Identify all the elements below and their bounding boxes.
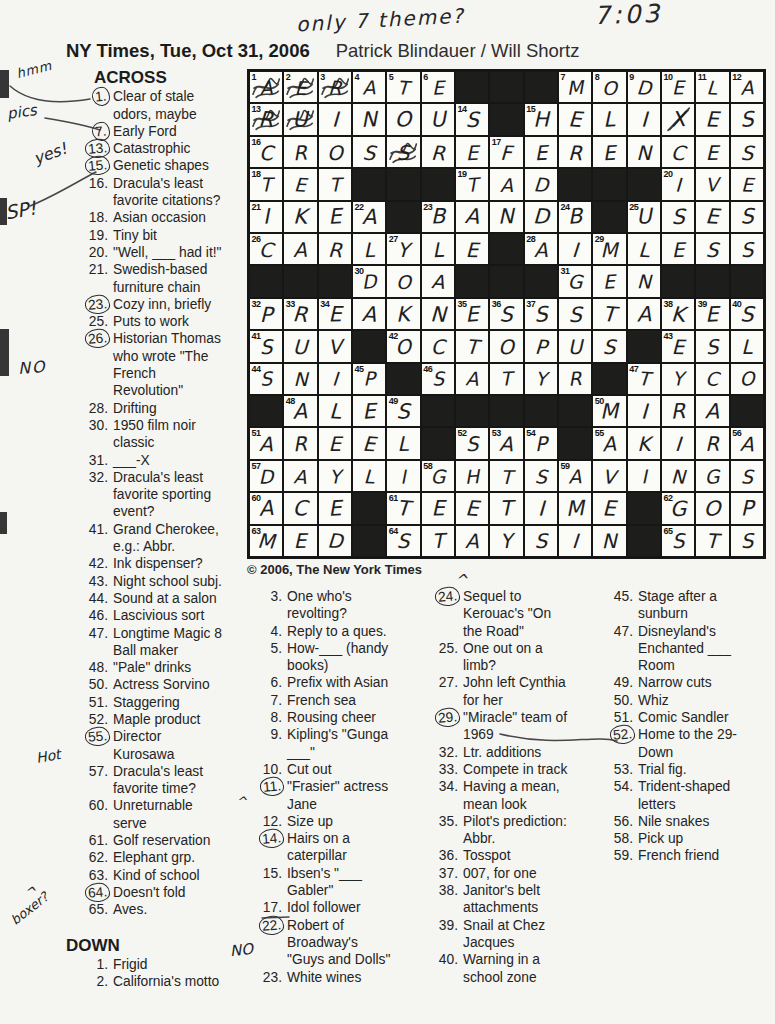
clue-number: 12. [240, 813, 282, 830]
header: NY Times, Tue, Oct 31, 2006Patrick Blind… [66, 40, 579, 62]
cell-r6c7: E [456, 234, 488, 264]
cell-r2c7: 14S [456, 104, 488, 134]
handwritten-letter: N [293, 370, 307, 389]
black-cell-r12c6 [422, 428, 454, 458]
cell-r15c7: A [456, 526, 488, 556]
handwritten-letter: P [363, 370, 375, 389]
handwritten-letter: S [671, 531, 684, 551]
clue-text: Prefix with Asian [287, 674, 410, 691]
handwritten-letter: I [400, 467, 407, 486]
clue-across-23: 23.Cozy inn, briefly [62, 296, 238, 313]
handwritten-letter: R [568, 369, 582, 389]
handwritten-letter: L [398, 434, 410, 454]
cell-r8c11: T [593, 299, 625, 329]
clue-text: "Pale" drinks [113, 659, 238, 676]
handwritten-letter: A [740, 78, 754, 97]
clue-text: Night school subj. [113, 573, 238, 590]
cell-r13c15: S [731, 461, 763, 491]
handwritten-letter: L [329, 401, 341, 422]
cell-number: 7 [560, 72, 565, 82]
clue-number-circled: 55. [62, 728, 108, 763]
clue-across-26: 26.Historian Thomas who wrote "The Frenc… [62, 330, 238, 399]
handwritten-letter: I [263, 207, 270, 228]
handwritten-letter: S [500, 304, 514, 325]
clue-across-25: 25.Puts to work [62, 313, 238, 330]
clue-down-25: 25.One out on a limb? [416, 640, 588, 675]
clue-number: 50. [62, 676, 108, 693]
cell-r11c12: I [628, 396, 660, 426]
cell-r11c11: 50M [593, 396, 625, 426]
handwritten-letter: I [331, 110, 338, 131]
handwritten-letter: S [431, 370, 444, 389]
clue-down-52: 52.Home to the 29- Down [591, 726, 755, 761]
handwritten-solve-time: 7:03 [594, 0, 663, 30]
handwritten-letter: A [465, 531, 479, 551]
black-cell-r11c7 [456, 396, 488, 426]
clue-down-32: 32.Ltr. additions [416, 744, 588, 761]
clue-text: Trial fig. [638, 761, 755, 778]
clue-number-circled: 26. [62, 330, 108, 399]
black-cell-r11c15 [731, 396, 763, 426]
handwritten-letter: K [396, 304, 411, 325]
handwritten-letter: A [705, 401, 720, 422]
handwritten-letter: S [603, 337, 616, 357]
clue-down-6: 6.Prefix with Asian [240, 674, 410, 691]
handwritten-letter: D [636, 78, 652, 98]
clue-number: 3. [240, 588, 282, 623]
clue-number: 23. [240, 969, 282, 986]
clue-down-50: 50.Whiz [591, 692, 755, 709]
handwritten-letter: A [259, 78, 273, 98]
clue-number: 21. [62, 261, 108, 296]
handwritten-letter: S [741, 467, 753, 486]
handwritten-letter: A [464, 207, 479, 229]
clue-text: Ibsen's "___ Gabler" [287, 865, 410, 900]
cell-r7c5: O [387, 266, 419, 296]
cell-r1c3: 3R [319, 72, 351, 102]
cell-number: 5 [389, 72, 394, 82]
clue-text: ___-X [113, 452, 238, 469]
clue-number-circled: 1. [62, 88, 108, 123]
clue-number: 52. [62, 711, 108, 728]
clue-text: Ltr. additions [463, 744, 588, 761]
clue-text: Robert of Broadway's "Guys and Dolls" [287, 917, 410, 969]
clue-down-24: 24.Sequel to Kerouac's "On the Road" [416, 588, 588, 640]
clue-text: Sequel to Kerouac's "On the Road" [463, 588, 588, 640]
clue-across-16: 16.Dracula's least favorite citations? [62, 175, 238, 210]
clue-text: Actress Sorvino [113, 676, 238, 693]
handwritten-letter: R [293, 142, 308, 163]
clue-down-49: 49.Narrow cuts [591, 674, 755, 691]
cell-r4c13: 20I [662, 169, 694, 199]
clue-text: Asian occasion [113, 209, 238, 226]
clue-across-42: 42.Ink dispenser? [62, 555, 238, 572]
clue-text: Grand Cherokee, e.g.: Abbr. [113, 521, 238, 556]
handwritten-letter: S [259, 369, 272, 389]
clue-text: Frigid [113, 956, 238, 973]
clue-down-59: 59.French friend [591, 847, 755, 864]
handwritten-letter: G [705, 467, 721, 487]
cell-r13c9: S [525, 461, 557, 491]
handwritten-letter: N [602, 531, 617, 551]
clue-text: 007, for one [463, 865, 588, 882]
black-cell-r7c14 [696, 266, 728, 296]
cell-r9c2: U [284, 331, 316, 361]
cell-r11c5: 49S [387, 396, 419, 426]
clue-number: 50. [591, 692, 633, 709]
clue-across-19: 19.Tiny bit [62, 227, 238, 244]
cell-r4c7: 19T [456, 169, 488, 199]
cell-r13c7: H [456, 461, 488, 491]
handwritten-letter: I [675, 434, 682, 454]
clue-text: Historian Thomas who wrote "The French R… [113, 330, 238, 399]
cell-r10c13: Y [662, 364, 694, 394]
handwritten-letter: T [329, 175, 341, 194]
handwritten-letter: A [499, 434, 513, 454]
handwritten-letter: C [293, 498, 308, 519]
cell-r9c7: T [456, 331, 488, 361]
cell-r6c12: L [628, 234, 660, 264]
handwritten-letter: S [534, 531, 547, 551]
handwritten-letter: S [259, 337, 272, 357]
handwritten-letter: A [500, 175, 513, 194]
clue-text: Rousing cheer [287, 709, 410, 726]
handwritten-letter: D [361, 272, 377, 292]
handwritten-letter: T [260, 175, 272, 194]
handwritten-letter: U [635, 206, 652, 228]
clue-number: 38. [416, 882, 458, 917]
cell-r14c15: P [731, 493, 763, 523]
cell-r7c12: N [628, 266, 660, 296]
clue-number-circled: 29. [416, 709, 458, 744]
cell-r15c14: T [696, 526, 728, 556]
cell-r13c12: I [628, 461, 660, 491]
clue-across-1: 1.Clear of stale odors, maybe [62, 88, 238, 123]
cell-r12c3: E [319, 428, 351, 458]
clue-text: Dracula's least favorite time? [113, 763, 238, 798]
clue-number: 36. [416, 847, 458, 864]
handwritten-letter: O [498, 337, 514, 357]
handwritten-letter: M [601, 240, 619, 260]
handwritten-letter: S [397, 531, 410, 551]
handwritten-letter: I [641, 467, 647, 486]
handwritten-letter: R [705, 434, 719, 454]
clue-number: 56. [591, 813, 633, 830]
handwritten-letter: O [327, 143, 343, 163]
cell-r12c12: K [628, 428, 660, 458]
down-clues-column-3: 24.Sequel to Kerouac's "On the Road"25.O… [416, 588, 588, 986]
handwritten-letter: P [260, 304, 273, 325]
cell-r5c6: 23B [422, 202, 454, 232]
cell-r5c9: D [525, 202, 557, 232]
cell-r1c14: 11L [696, 72, 728, 102]
clue-text: Golf reservation [113, 832, 238, 849]
clue-text: Nile snakes [638, 813, 755, 830]
black-cell-r11c1 [250, 396, 282, 426]
clue-number: 49. [591, 674, 633, 691]
handwritten-caret: ^ [455, 571, 468, 589]
clue-down-7: 7.French sea [240, 692, 410, 709]
handwritten-letter: I [572, 240, 579, 260]
clue-text: One out on a limb? [463, 640, 588, 675]
cell-r1c13: 10E [662, 72, 694, 102]
cell-r6c14: S [696, 234, 728, 264]
clue-number: 59. [591, 847, 633, 864]
cell-r9c5: 42O [387, 331, 419, 361]
handwritten-letter: O [602, 78, 617, 97]
black-cell-r11c8 [490, 396, 522, 426]
handwritten-letter: K [293, 207, 307, 228]
cell-r7c11: E [593, 266, 625, 296]
cell-r2c5: O [387, 104, 419, 134]
clue-down-12: 12.Size up [240, 813, 410, 830]
clue-number: 60. [62, 797, 108, 832]
clue-number: 47. [591, 623, 633, 675]
cell-r2c4: N [353, 104, 385, 134]
cell-r10c10: R [559, 364, 591, 394]
cell-r14c2: C [284, 493, 316, 523]
cell-r15c13: 65S [662, 526, 694, 556]
cell-r14c1: 60A [250, 493, 282, 523]
black-cell-r10c5 [387, 364, 419, 394]
handwritten-letter: U [292, 109, 308, 131]
clue-down-9: 9.Kipling's "Gunga ___" [240, 726, 410, 761]
clue-text: Hairs on a caterpillar [287, 830, 410, 865]
handwritten-letter: S [568, 304, 581, 325]
cell-r9c9: P [525, 331, 557, 361]
clue-number: 31. [62, 452, 108, 469]
black-cell-r11c10 [559, 396, 591, 426]
clue-number: 28. [62, 400, 108, 417]
clue-number: 44. [62, 590, 108, 607]
black-cell-r1c9 [525, 72, 557, 102]
handwritten-letter: E [466, 240, 479, 260]
cell-r13c10: 59A [559, 461, 591, 491]
cell-r14c6: E [422, 493, 454, 523]
clue-number: 8. [240, 709, 282, 726]
handwritten-letter: E [672, 337, 685, 357]
cell-r15c5: 64S [387, 526, 419, 556]
clue-text: Ink dispenser? [113, 555, 238, 572]
clue-text: Unreturnable serve [113, 797, 238, 832]
cell-r13c11: V [593, 461, 625, 491]
handwritten-letter: A [362, 207, 376, 228]
handwritten-letter: I [675, 175, 681, 194]
handwritten-letter: S [740, 304, 754, 325]
handwritten-letter: N [671, 467, 686, 486]
clue-down-56: 56.Nile snakes [591, 813, 755, 830]
clue-across-31: 31.___-X [62, 452, 238, 469]
cell-r10c6: 46S [422, 364, 454, 394]
clue-across-15: 15.Genetic shapes [62, 157, 238, 174]
clue-number: 53. [591, 761, 633, 778]
clue-across-55: 55.Director Kurosawa [62, 728, 238, 763]
handwritten-letter: L [432, 240, 444, 261]
cell-r6c5: 27Y [387, 234, 419, 264]
clue-text: Puts to work [113, 313, 238, 330]
clue-text: Snail at Chez Jacques [463, 917, 588, 952]
cell-r15c1: 63M [250, 526, 282, 556]
handwritten-letter: N [498, 207, 514, 229]
handwritten-letter: E [568, 109, 582, 131]
black-cell-r5c5 [387, 202, 419, 232]
clue-number: 48. [62, 659, 108, 676]
handwritten-letter: E [294, 531, 307, 551]
handwritten-note-sp: SP! [3, 196, 37, 223]
handwritten-letter: O [704, 498, 722, 520]
handwritten-letter: Y [500, 531, 514, 552]
cell-number: 21 [252, 202, 261, 212]
cell-r8c3: 34E [319, 299, 351, 329]
clue-down-33: 33.Compete in track [416, 761, 588, 778]
handwritten-letter: A [602, 434, 617, 455]
clue-number: 33. [416, 761, 458, 778]
cell-r1c11: 8O [593, 72, 625, 102]
cell-r13c1: 57D [250, 461, 282, 491]
cell-r5c8: N [490, 202, 522, 232]
clue-text: 1950 film noir classic [113, 417, 238, 452]
clue-number: 4. [240, 623, 282, 640]
cell-r14c11: E [593, 493, 625, 523]
black-cell-r4c6 [422, 169, 454, 199]
handwritten-letter: Y [329, 467, 341, 486]
clue-number: 25. [416, 640, 458, 675]
handwritten-letter: E [327, 206, 342, 228]
cell-r11c2: 48A [284, 396, 316, 426]
handwritten-letter: E [431, 78, 444, 97]
handwritten-theme-note: only 7 theme? [295, 4, 465, 37]
cell-r4c2: E [284, 169, 316, 199]
cell-number: 3 [320, 72, 325, 82]
cell-r4c1: 18T [250, 169, 282, 199]
handwritten-letter: L [638, 240, 650, 261]
handwritten-letter: T [500, 498, 514, 519]
handwritten-letter: F [500, 142, 512, 162]
handwritten-letter: A [739, 434, 754, 455]
clue-across-65: 65.Aves. [62, 901, 238, 918]
clue-across-62: 62.Elephant grp. [62, 849, 238, 866]
clue-across-21: 21.Swedish-based furniture chain [62, 261, 238, 296]
cell-r13c14: G [696, 461, 728, 491]
clue-number: 41. [62, 521, 108, 556]
handwritten-letter: C [431, 337, 445, 357]
clue-text: Janitor's belt attachments [463, 882, 588, 917]
black-cell-r15c12 [628, 526, 660, 556]
clue-text: Dracula's least favorite citations? [113, 175, 238, 210]
handwritten-letter: T [466, 175, 479, 195]
cell-r5c1: 21I [250, 202, 282, 232]
cell-r15c11: N [593, 526, 625, 556]
cell-r1c15: 12A [731, 72, 763, 102]
handwritten-letter: E [706, 142, 719, 162]
clue-across-20: 20."Well, ___ had it!" [62, 244, 238, 261]
cell-r12c15: 56A [731, 428, 763, 458]
handwritten-letter: S [740, 531, 754, 552]
handwritten-letter: U [567, 337, 582, 357]
cell-r14c13: 62G [662, 493, 694, 523]
clue-number: 7. [240, 692, 282, 709]
clue-number: 32. [62, 469, 108, 521]
handwritten-letter: V [602, 467, 616, 487]
handwritten-letter: E [671, 240, 684, 260]
clue-text: Compete in track [463, 761, 588, 778]
cell-r4c3: T [319, 169, 351, 199]
clue-text: Doesn't fold [113, 884, 238, 901]
cell-r2c10: E [559, 104, 591, 134]
clue-number: 57. [62, 763, 108, 798]
handwritten-letter: S [740, 142, 754, 163]
cell-r1c12: 9D [628, 72, 660, 102]
cell-r14c7: E [456, 493, 488, 523]
cell-r13c2: A [284, 461, 316, 491]
handwritten-letter: M [257, 531, 276, 552]
cell-r9c13: 43E [662, 331, 694, 361]
handwritten-letter: V [705, 175, 719, 195]
handwritten-letter: A [293, 240, 307, 260]
clue-text: Tiny bit [113, 227, 238, 244]
handwritten-letter: R [670, 401, 686, 423]
cell-r6c6: L [422, 234, 454, 264]
clue-number: 65. [62, 901, 108, 918]
cell-r3c15: S [731, 137, 763, 167]
handwritten-note-hmm: hmm [15, 58, 54, 81]
handwritten-letter: X [670, 109, 685, 131]
clue-text: Tosspot [463, 847, 588, 864]
clue-down-58: 58.Pick up [591, 830, 755, 847]
clue-down-2: 2.California's motto [62, 973, 238, 990]
cell-r3c1: 16C [250, 137, 282, 167]
handwritten-letter: E [328, 434, 341, 454]
clue-number-circled: 52. [591, 726, 633, 761]
clue-text: Catastrophic [113, 140, 238, 157]
cell-r7c6: A [422, 266, 454, 296]
cell-number: 8 [595, 72, 600, 82]
clue-text: Stage after a sunburn [638, 588, 755, 623]
black-cell-r14c12 [628, 493, 660, 523]
handwritten-letter: E [741, 175, 753, 194]
handwritten-letter: G [430, 467, 445, 486]
handwritten-letter: R [258, 109, 274, 131]
clue-text: Disneyland's Enchanted ___ Room [638, 623, 755, 675]
handwritten-letter: R [327, 239, 342, 260]
clue-number: 47. [62, 625, 108, 660]
cell-r15c10: I [559, 526, 591, 556]
handwritten-letter: N [636, 143, 651, 163]
clue-down-22: 22.Robert of Broadway's "Guys and Dolls" [240, 917, 410, 969]
scanned-crossword-page: only 7 theme? 7:03 hmm pics yes! SP! NO … [0, 0, 775, 1024]
cell-r1c4: 4A [353, 72, 385, 102]
cell-r5c3: E [319, 202, 351, 232]
handwritten-letter: D [533, 175, 549, 195]
handwritten-letter: H [464, 467, 480, 487]
handwritten-letter: T [431, 531, 444, 552]
handwritten-letter: S [362, 142, 376, 163]
handwritten-letter: I [640, 401, 647, 422]
cell-r4c8: A [490, 169, 522, 199]
clue-number-circled: 14. [240, 830, 282, 865]
handwritten-letter: S [740, 207, 754, 228]
clue-down-39: 39.Snail at Chez Jacques [416, 917, 588, 952]
cell-r8c12: A [628, 299, 660, 329]
clue-text: Staggering [113, 694, 238, 711]
clue-across-44: 44.Sound at a salon [62, 590, 238, 607]
handwritten-letter: E [362, 434, 376, 455]
cell-r10c4: 45P [353, 364, 385, 394]
cell-r12c14: R [696, 428, 728, 458]
black-cell-r12c10 [559, 428, 591, 458]
handwritten-letter: M [566, 78, 584, 98]
cell-r3c6: R [422, 137, 454, 167]
